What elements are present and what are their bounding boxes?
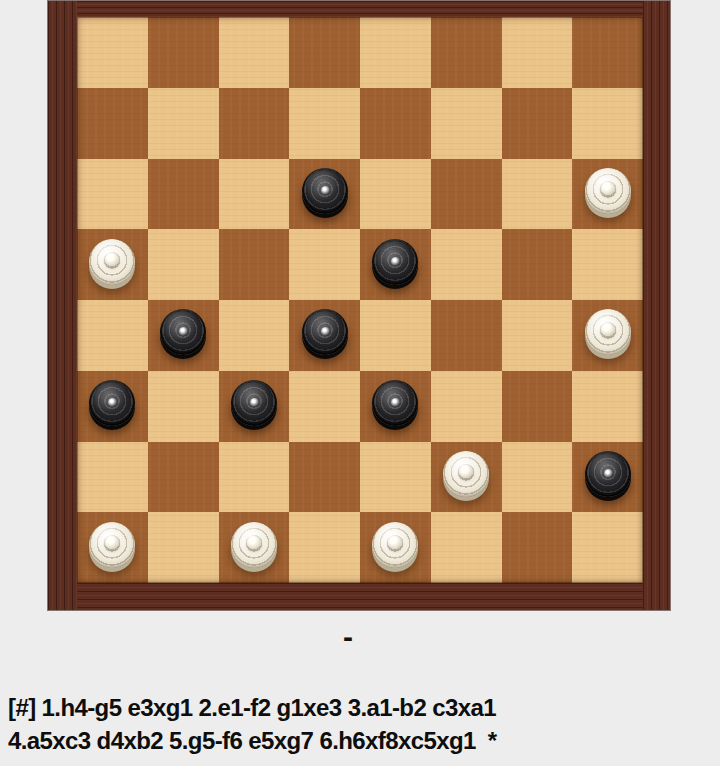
checker-piece-white[interactable] <box>585 309 631 355</box>
checkers-app: { "game": "checkers (Russian draughts / … <box>0 0 720 766</box>
move-list: [#] 1.h4-g5 e3xg1 2.e1-f2 g1xe3 3.a1-b2 … <box>8 691 716 757</box>
board-frame-left <box>48 1 77 610</box>
move-list-line-1: [#] 1.h4-g5 e3xg1 2.e1-f2 g1xe3 3.a1-b2 … <box>8 691 716 724</box>
checker-piece-black[interactable] <box>160 309 206 355</box>
checker-piece-black[interactable] <box>585 451 631 497</box>
checker-piece-black[interactable] <box>231 380 277 426</box>
board-frame-top <box>48 1 670 17</box>
checker-piece-white[interactable] <box>443 451 489 497</box>
board-frame-bottom <box>48 583 670 610</box>
board-frame <box>48 1 670 610</box>
checker-piece-black[interactable] <box>302 168 348 214</box>
checker-piece-white[interactable] <box>231 522 277 568</box>
checker-piece-black[interactable] <box>372 380 418 426</box>
checker-piece-black[interactable] <box>302 309 348 355</box>
checker-piece-white[interactable] <box>585 168 631 214</box>
checker-piece-white[interactable] <box>89 522 135 568</box>
checker-piece-white[interactable] <box>89 239 135 285</box>
checker-piece-black[interactable] <box>89 380 135 426</box>
checker-piece-black[interactable] <box>372 239 418 285</box>
move-list-line-2: 4.a5xc3 d4xb2 5.g5-f6 e5xg7 6.h6xf8xc5xg… <box>8 724 716 757</box>
board-frame-right <box>643 1 670 610</box>
piece-layer <box>77 17 643 583</box>
checkers-board <box>77 17 643 583</box>
checker-piece-white[interactable] <box>372 522 418 568</box>
game-status-indicator: - <box>0 621 696 653</box>
